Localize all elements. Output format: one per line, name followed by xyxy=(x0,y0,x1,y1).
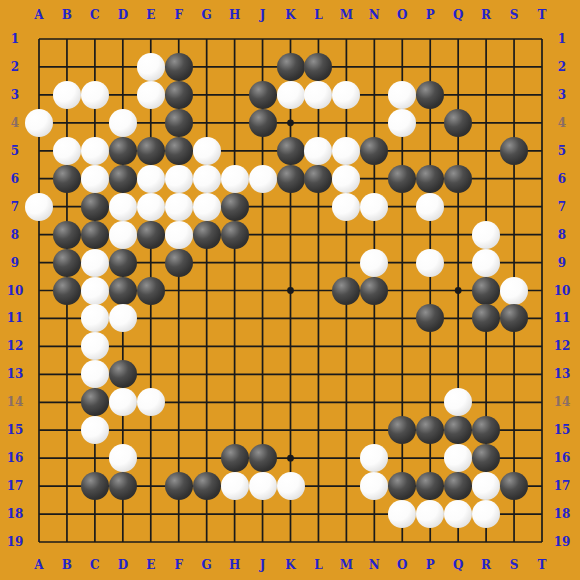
row-label-right-19: 19 xyxy=(554,535,571,549)
column-label-top-m: M xyxy=(340,8,353,22)
row-label-left-5: 5 xyxy=(11,144,19,158)
stone-white-d16 xyxy=(109,444,137,472)
row-label-right-5: 5 xyxy=(558,144,566,158)
stone-white-c3 xyxy=(81,81,109,109)
stone-black-g17 xyxy=(193,472,221,500)
row-label-right-18: 18 xyxy=(554,507,571,521)
column-label-top-o: O xyxy=(397,8,407,22)
stone-white-h6 xyxy=(221,165,249,193)
column-label-bottom-a: A xyxy=(34,558,43,572)
stone-white-r8 xyxy=(472,221,500,249)
row-label-right-17: 17 xyxy=(554,479,571,493)
column-label-bottom-p: P xyxy=(426,558,435,572)
star-point-k10 xyxy=(287,287,294,294)
row-label-right-8: 8 xyxy=(558,228,566,242)
stone-black-s5 xyxy=(500,137,528,165)
row-label-left-8: 8 xyxy=(11,228,19,242)
column-label-top-e: E xyxy=(146,8,155,22)
stone-white-b5 xyxy=(53,137,81,165)
column-label-top-a: A xyxy=(34,8,43,22)
row-label-right-3: 3 xyxy=(558,88,566,102)
column-label-bottom-k: K xyxy=(285,558,295,572)
stone-black-c14 xyxy=(81,388,109,416)
row-label-right-1: 1 xyxy=(558,32,566,46)
stone-black-k2 xyxy=(277,53,305,81)
row-label-right-10: 10 xyxy=(554,284,571,298)
row-label-left-9: 9 xyxy=(11,256,19,270)
row-label-left-1: 1 xyxy=(11,32,19,46)
stone-white-d14 xyxy=(109,388,137,416)
stone-white-m7 xyxy=(332,193,360,221)
row-label-left-2: 2 xyxy=(11,60,19,74)
stone-white-j17 xyxy=(249,472,277,500)
stone-white-n7 xyxy=(360,193,388,221)
row-label-right-7: 7 xyxy=(558,200,566,214)
stone-white-e14 xyxy=(137,388,165,416)
column-label-bottom-d: D xyxy=(118,558,128,572)
star-point-k4 xyxy=(287,119,294,126)
stone-white-d7 xyxy=(109,193,137,221)
stone-black-n5 xyxy=(360,137,388,165)
row-label-right-15: 15 xyxy=(554,423,571,437)
stone-black-q6 xyxy=(444,165,472,193)
stone-white-m5 xyxy=(332,137,360,165)
stone-black-c17 xyxy=(81,472,109,500)
column-label-top-n: N xyxy=(369,8,380,22)
stone-black-f17 xyxy=(165,472,193,500)
row-label-right-12: 12 xyxy=(554,339,571,353)
row-label-left-14: 14 xyxy=(7,395,24,409)
stone-white-k17 xyxy=(277,472,305,500)
column-label-top-k: K xyxy=(285,8,295,22)
stone-black-d10 xyxy=(109,277,137,305)
stone-black-s17 xyxy=(500,472,528,500)
row-label-left-4: 4 xyxy=(11,116,19,130)
row-label-left-19: 19 xyxy=(7,535,24,549)
stone-black-j3 xyxy=(249,81,277,109)
stone-white-o3 xyxy=(388,81,416,109)
stone-black-f5 xyxy=(165,137,193,165)
stone-white-j6 xyxy=(249,165,277,193)
column-label-top-b: B xyxy=(62,8,72,22)
row-label-right-2: 2 xyxy=(558,60,566,74)
row-label-left-3: 3 xyxy=(11,88,19,102)
stone-white-d8 xyxy=(109,221,137,249)
stone-black-d13 xyxy=(109,360,137,388)
stone-black-p6 xyxy=(416,165,444,193)
stone-black-f4 xyxy=(165,109,193,137)
stone-white-p9 xyxy=(416,249,444,277)
stone-black-j16 xyxy=(249,444,277,472)
row-label-left-16: 16 xyxy=(7,451,24,465)
stone-black-j4 xyxy=(249,109,277,137)
row-label-left-11: 11 xyxy=(7,311,24,325)
stone-white-q18 xyxy=(444,500,472,528)
column-label-top-p: P xyxy=(426,8,435,22)
stone-black-k5 xyxy=(277,137,305,165)
column-label-bottom-j: J xyxy=(260,558,266,572)
stone-black-b9 xyxy=(53,249,81,277)
row-label-left-18: 18 xyxy=(7,507,24,521)
stone-black-e8 xyxy=(137,221,165,249)
stone-white-p7 xyxy=(416,193,444,221)
column-label-top-t: T xyxy=(538,8,547,22)
stone-black-f9 xyxy=(165,249,193,277)
stone-black-h16 xyxy=(221,444,249,472)
stone-black-q4 xyxy=(444,109,472,137)
row-label-left-13: 13 xyxy=(7,367,24,381)
column-label-bottom-o: O xyxy=(397,558,407,572)
stone-white-f8 xyxy=(165,221,193,249)
star-point-q10 xyxy=(455,287,462,294)
stone-white-g7 xyxy=(193,193,221,221)
stone-black-b6 xyxy=(53,165,81,193)
stone-white-h17 xyxy=(221,472,249,500)
row-label-right-6: 6 xyxy=(558,172,566,186)
stone-black-b10 xyxy=(53,277,81,305)
row-label-left-15: 15 xyxy=(7,423,24,437)
stone-black-p3 xyxy=(416,81,444,109)
stone-white-b3 xyxy=(53,81,81,109)
stone-white-c9 xyxy=(81,249,109,277)
column-label-top-f: F xyxy=(174,8,183,22)
stone-white-a7 xyxy=(25,193,53,221)
row-label-right-16: 16 xyxy=(554,451,571,465)
stone-white-c6 xyxy=(81,165,109,193)
stone-black-b8 xyxy=(53,221,81,249)
stone-black-o6 xyxy=(388,165,416,193)
column-label-bottom-l: L xyxy=(314,558,322,572)
stone-black-f2 xyxy=(165,53,193,81)
stone-black-c8 xyxy=(81,221,109,249)
row-label-right-13: 13 xyxy=(554,367,571,381)
column-label-bottom-q: Q xyxy=(453,558,463,572)
column-label-top-r: R xyxy=(481,8,491,22)
column-label-top-h: H xyxy=(229,8,240,22)
stone-white-g6 xyxy=(193,165,221,193)
stone-white-o4 xyxy=(388,109,416,137)
stone-white-a4 xyxy=(25,109,53,137)
star-point-k16 xyxy=(287,455,294,462)
column-label-bottom-m: M xyxy=(340,558,353,572)
stone-black-h8 xyxy=(221,221,249,249)
stone-white-g5 xyxy=(193,137,221,165)
stone-black-e10 xyxy=(137,277,165,305)
stone-white-e7 xyxy=(137,193,165,221)
column-label-top-d: D xyxy=(118,8,128,22)
stone-white-c15 xyxy=(81,416,109,444)
stone-black-d9 xyxy=(109,249,137,277)
stone-white-n9 xyxy=(360,249,388,277)
stone-white-e3 xyxy=(137,81,165,109)
column-label-bottom-s: S xyxy=(510,558,519,572)
stone-white-r9 xyxy=(472,249,500,277)
stone-white-s10 xyxy=(500,277,528,305)
stone-black-h7 xyxy=(221,193,249,221)
stone-white-f7 xyxy=(165,193,193,221)
column-label-top-j: J xyxy=(260,8,266,22)
row-label-left-10: 10 xyxy=(7,284,24,298)
stone-white-r18 xyxy=(472,500,500,528)
row-label-right-9: 9 xyxy=(558,256,566,270)
column-label-top-g: G xyxy=(202,8,212,22)
stone-black-e5 xyxy=(137,137,165,165)
column-label-bottom-t: T xyxy=(538,558,547,572)
stone-white-c5 xyxy=(81,137,109,165)
stone-black-m10 xyxy=(332,277,360,305)
stone-black-c7 xyxy=(81,193,109,221)
column-label-top-c: C xyxy=(90,8,100,22)
row-label-left-6: 6 xyxy=(11,172,19,186)
column-label-bottom-r: R xyxy=(481,558,491,572)
row-label-left-7: 7 xyxy=(11,200,19,214)
column-label-top-q: Q xyxy=(453,8,463,22)
stone-black-d6 xyxy=(109,165,137,193)
stone-white-e2 xyxy=(137,53,165,81)
column-label-bottom-g: G xyxy=(202,558,212,572)
column-label-bottom-h: H xyxy=(229,558,240,572)
stone-white-e6 xyxy=(137,165,165,193)
go-board[interactable]: AABBCCDDEEFFGGHHJJKKLLMMNNOOPPQQRRSSTT11… xyxy=(0,0,580,580)
column-label-top-l: L xyxy=(314,8,322,22)
stone-black-g8 xyxy=(193,221,221,249)
stone-black-l6 xyxy=(304,165,332,193)
stone-white-m6 xyxy=(332,165,360,193)
column-label-bottom-n: N xyxy=(369,558,380,572)
row-label-right-11: 11 xyxy=(554,311,571,325)
stone-black-d17 xyxy=(109,472,137,500)
stone-black-d5 xyxy=(109,137,137,165)
row-label-right-14: 14 xyxy=(554,395,571,409)
column-label-bottom-f: F xyxy=(174,558,183,572)
row-label-right-4: 4 xyxy=(558,116,566,130)
column-label-bottom-c: C xyxy=(90,558,100,572)
column-label-top-s: S xyxy=(510,8,519,22)
row-label-left-12: 12 xyxy=(7,339,24,353)
stone-white-d4 xyxy=(109,109,137,137)
row-label-left-17: 17 xyxy=(7,479,24,493)
stone-black-f3 xyxy=(165,81,193,109)
stone-white-c10 xyxy=(81,277,109,305)
stone-black-k6 xyxy=(277,165,305,193)
stone-black-r10 xyxy=(472,277,500,305)
column-label-bottom-b: B xyxy=(62,558,72,572)
stone-black-n10 xyxy=(360,277,388,305)
stone-white-f6 xyxy=(165,165,193,193)
column-label-bottom-e: E xyxy=(146,558,155,572)
stone-white-k3 xyxy=(277,81,305,109)
